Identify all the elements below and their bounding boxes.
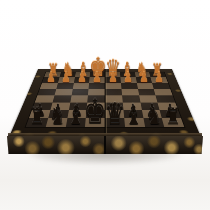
box-front-face <box>7 136 203 154</box>
black-bishop-f8[interactable]: ♝ <box>67 103 84 128</box>
black-queen-d8[interactable]: ♛ <box>105 99 125 129</box>
black-rook-h8[interactable]: ♜ <box>30 106 45 129</box>
black-knight-b8[interactable]: ♞ <box>145 104 161 128</box>
black-king-e8[interactable]: ♚ <box>84 96 106 130</box>
hinge-gap <box>104 136 106 154</box>
white-pawn-b2[interactable]: ♟ <box>139 70 148 84</box>
black-knight-g8[interactable]: ♞ <box>48 104 64 128</box>
white-pawn-c2[interactable]: ♟ <box>123 70 132 84</box>
white-pawn-e2[interactable]: ♟ <box>93 70 102 84</box>
white-pawn-f2[interactable]: ♟ <box>77 70 86 84</box>
black-rook-a8[interactable]: ♜ <box>166 106 181 129</box>
black-bishop-c8[interactable]: ♝ <box>126 103 143 128</box>
white-pawn-a2[interactable]: ♟ <box>154 70 163 84</box>
pieces-layer: ♜♞♝♛♚♝♞♜♟♟♟♟♟♟♟♟♟♟♟♟♟♟♟♟♜♞♝♛♚♝♞♜ <box>0 0 210 210</box>
white-pawn-h2[interactable]: ♟ <box>46 70 55 84</box>
white-pawn-g2[interactable]: ♟ <box>62 70 71 84</box>
photo-scene: ♜♞♝♛♚♝♞♜♟♟♟♟♟♟♟♟♟♟♟♟♟♟♟♟♜♞♝♛♚♝♞♜ <box>0 0 210 210</box>
white-pawn-d2[interactable]: ♟ <box>108 70 117 84</box>
